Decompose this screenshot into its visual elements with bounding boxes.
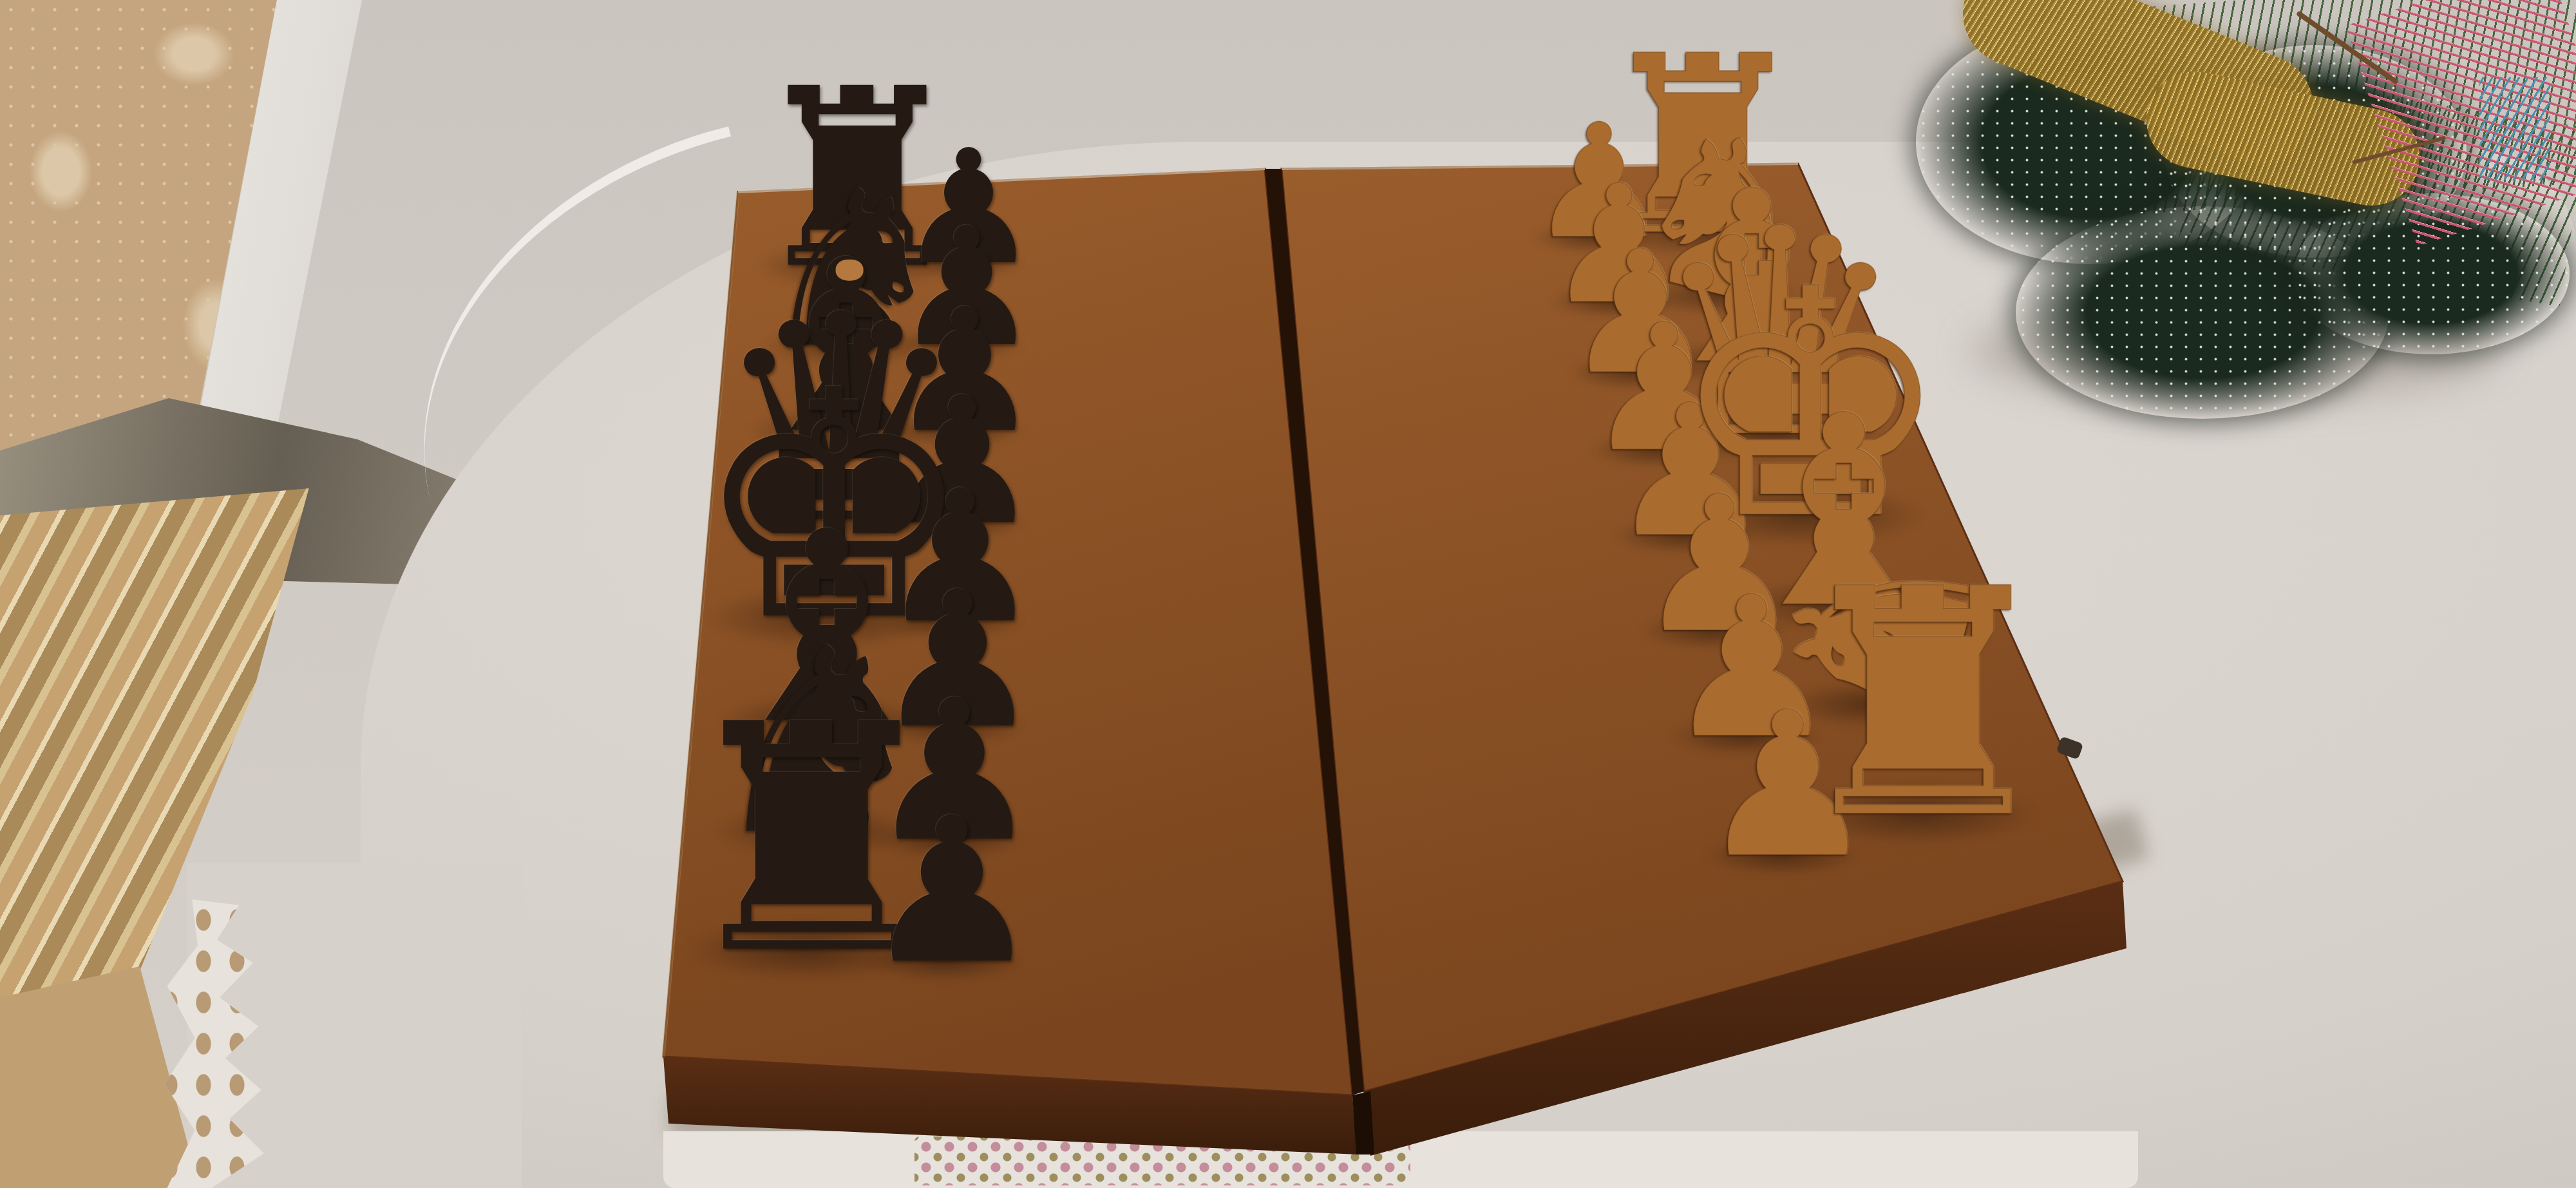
chess-box — [0, 0, 2576, 1188]
hinge-seam-front — [1352, 1091, 1374, 1154]
box-top-left-half — [663, 169, 1352, 1095]
photo-scene: ♜♟♟♜♞♟♟♞♝♟♟♝♛♟♟♛♚♟♟♚♝♟♟♝♞♟♟♞♜♟♟♜ — [0, 0, 2576, 1188]
